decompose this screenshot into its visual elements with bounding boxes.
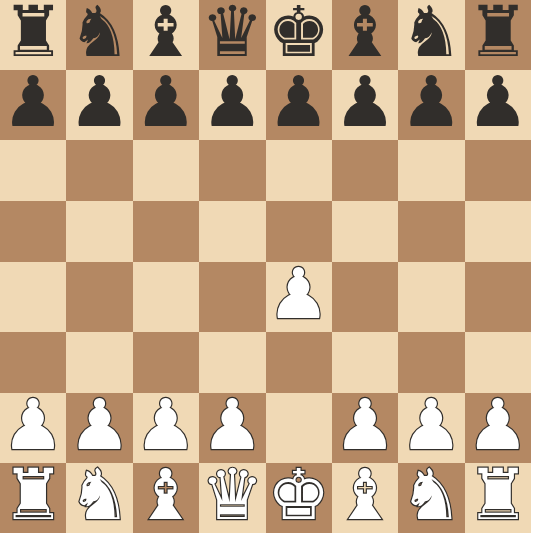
piece-black-bishop[interactable]: ♝ — [334, 0, 397, 67]
piece-white-pawn[interactable]: ♟ — [267, 259, 330, 329]
square-e8[interactable]: ♚ — [266, 0, 332, 70]
piece-white-pawn[interactable]: ♟ — [201, 390, 264, 460]
piece-white-pawn[interactable]: ♟ — [400, 390, 463, 460]
square-g4[interactable] — [398, 262, 464, 332]
piece-white-knight[interactable]: ♞ — [400, 460, 463, 530]
piece-black-rook[interactable]: ♜ — [466, 0, 529, 67]
square-h1[interactable]: ♜ — [465, 463, 531, 533]
piece-white-rook[interactable]: ♜ — [2, 460, 65, 530]
square-g2[interactable]: ♟ — [398, 393, 464, 463]
square-a6[interactable] — [0, 140, 66, 201]
piece-black-rook[interactable]: ♜ — [2, 0, 65, 67]
square-d6[interactable] — [199, 140, 265, 201]
square-b6[interactable] — [66, 140, 132, 201]
piece-black-king[interactable]: ♚ — [267, 0, 330, 67]
square-f5[interactable] — [332, 201, 398, 262]
square-b5[interactable] — [66, 201, 132, 262]
piece-white-bishop[interactable]: ♝ — [334, 460, 397, 530]
square-h2[interactable]: ♟ — [465, 393, 531, 463]
piece-white-king[interactable]: ♚ — [267, 460, 330, 530]
square-b7[interactable]: ♟ — [66, 70, 132, 140]
square-g6[interactable] — [398, 140, 464, 201]
piece-black-knight[interactable]: ♞ — [400, 0, 463, 67]
square-e4[interactable]: ♟ — [266, 262, 332, 332]
square-c8[interactable]: ♝ — [133, 0, 199, 70]
square-g7[interactable]: ♟ — [398, 70, 464, 140]
square-f4[interactable] — [332, 262, 398, 332]
square-d5[interactable] — [199, 201, 265, 262]
square-c2[interactable]: ♟ — [133, 393, 199, 463]
square-h7[interactable]: ♟ — [465, 70, 531, 140]
square-d8[interactable]: ♛ — [199, 0, 265, 70]
square-f7[interactable]: ♟ — [332, 70, 398, 140]
page-background: ♜♞♝♛♚♝♞♜♟♟♟♟♟♟♟♟♟♟♟♟♟♟♟♟♜♞♝♛♚♝♞♜ — [0, 0, 535, 533]
square-g5[interactable] — [398, 201, 464, 262]
square-c6[interactable] — [133, 140, 199, 201]
square-d1[interactable]: ♛ — [199, 463, 265, 533]
square-e2[interactable] — [266, 393, 332, 463]
square-g8[interactable]: ♞ — [398, 0, 464, 70]
square-f6[interactable] — [332, 140, 398, 201]
piece-black-pawn[interactable]: ♟ — [201, 67, 264, 137]
square-e1[interactable]: ♚ — [266, 463, 332, 533]
piece-black-pawn[interactable]: ♟ — [466, 67, 529, 137]
piece-black-pawn[interactable]: ♟ — [400, 67, 463, 137]
square-f8[interactable]: ♝ — [332, 0, 398, 70]
square-c7[interactable]: ♟ — [133, 70, 199, 140]
piece-white-pawn[interactable]: ♟ — [68, 390, 131, 460]
piece-black-pawn[interactable]: ♟ — [135, 67, 198, 137]
square-f2[interactable]: ♟ — [332, 393, 398, 463]
piece-white-queen[interactable]: ♛ — [201, 460, 264, 530]
square-b1[interactable]: ♞ — [66, 463, 132, 533]
piece-white-pawn[interactable]: ♟ — [2, 390, 65, 460]
piece-black-pawn[interactable]: ♟ — [334, 67, 397, 137]
piece-white-pawn[interactable]: ♟ — [334, 390, 397, 460]
piece-black-knight[interactable]: ♞ — [68, 0, 131, 67]
square-a5[interactable] — [0, 201, 66, 262]
square-a7[interactable]: ♟ — [0, 70, 66, 140]
square-e7[interactable]: ♟ — [266, 70, 332, 140]
piece-white-rook[interactable]: ♜ — [466, 460, 529, 530]
piece-black-bishop[interactable]: ♝ — [135, 0, 198, 67]
chess-board: ♜♞♝♛♚♝♞♜♟♟♟♟♟♟♟♟♟♟♟♟♟♟♟♟♜♞♝♛♚♝♞♜ — [0, 0, 531, 533]
square-b4[interactable] — [66, 262, 132, 332]
square-h8[interactable]: ♜ — [465, 0, 531, 70]
square-b8[interactable]: ♞ — [66, 0, 132, 70]
square-d2[interactable]: ♟ — [199, 393, 265, 463]
square-a2[interactable]: ♟ — [0, 393, 66, 463]
square-h4[interactable] — [465, 262, 531, 332]
square-e3[interactable] — [266, 332, 332, 393]
piece-white-pawn[interactable]: ♟ — [135, 390, 198, 460]
piece-black-pawn[interactable]: ♟ — [68, 67, 131, 137]
square-c4[interactable] — [133, 262, 199, 332]
piece-white-knight[interactable]: ♞ — [68, 460, 131, 530]
square-c1[interactable]: ♝ — [133, 463, 199, 533]
square-f1[interactable]: ♝ — [332, 463, 398, 533]
piece-white-pawn[interactable]: ♟ — [466, 390, 529, 460]
square-g1[interactable]: ♞ — [398, 463, 464, 533]
piece-black-pawn[interactable]: ♟ — [2, 67, 65, 137]
square-d4[interactable] — [199, 262, 265, 332]
square-h5[interactable] — [465, 201, 531, 262]
piece-black-pawn[interactable]: ♟ — [267, 67, 330, 137]
square-c5[interactable] — [133, 201, 199, 262]
square-a4[interactable] — [0, 262, 66, 332]
square-h6[interactable] — [465, 140, 531, 201]
square-e6[interactable] — [266, 140, 332, 201]
square-d7[interactable]: ♟ — [199, 70, 265, 140]
square-a8[interactable]: ♜ — [0, 0, 66, 70]
square-b2[interactable]: ♟ — [66, 393, 132, 463]
square-a1[interactable]: ♜ — [0, 463, 66, 533]
piece-white-bishop[interactable]: ♝ — [135, 460, 198, 530]
piece-black-queen[interactable]: ♛ — [201, 0, 264, 67]
